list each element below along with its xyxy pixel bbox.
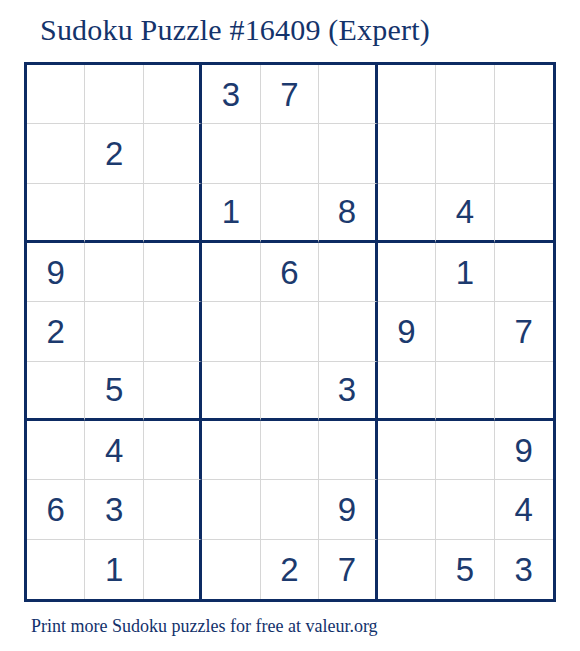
sudoku-cell-r8c9: 4: [495, 480, 553, 539]
sudoku-cell-r5c7: 9: [378, 302, 436, 361]
sudoku-cell-r3c2: [85, 184, 143, 243]
sudoku-cell-r7c9: 9: [495, 421, 553, 480]
sudoku-cell-r8c7: [378, 480, 436, 539]
sudoku-cell-r3c4: 1: [202, 184, 260, 243]
sudoku-cell-r2c6: [319, 124, 377, 183]
sudoku-cell-r7c7: [378, 421, 436, 480]
sudoku-cell-r5c5: [261, 302, 319, 361]
sudoku-cell-r9c5: 2: [261, 540, 319, 599]
page-title: Sudoku Puzzle #16409 (Expert): [40, 13, 430, 47]
sudoku-cell-r2c2: 2: [85, 124, 143, 183]
sudoku-cell-r4c8: 1: [436, 243, 494, 302]
sudoku-cell-r4c4: [202, 243, 260, 302]
sudoku-cell-r8c3: [144, 480, 202, 539]
sudoku-cell-r9c9: 3: [495, 540, 553, 599]
sudoku-cell-r6c2: 5: [85, 362, 143, 421]
sudoku-cell-r1c9: [495, 65, 553, 124]
sudoku-cell-r5c8: [436, 302, 494, 361]
sudoku-cell-r5c4: [202, 302, 260, 361]
sudoku-cell-r8c2: 3: [85, 480, 143, 539]
sudoku-page: Sudoku Puzzle #16409 (Expert) 3721849612…: [0, 0, 580, 651]
sudoku-cell-r5c2: [85, 302, 143, 361]
sudoku-cell-r2c3: [144, 124, 202, 183]
sudoku-cell-r4c5: 6: [261, 243, 319, 302]
sudoku-cell-r6c3: [144, 362, 202, 421]
sudoku-cell-r4c3: [144, 243, 202, 302]
sudoku-cell-r1c5: 7: [261, 65, 319, 124]
sudoku-cell-r3c6: 8: [319, 184, 377, 243]
sudoku-cell-r3c9: [495, 184, 553, 243]
sudoku-cell-r3c3: [144, 184, 202, 243]
sudoku-cell-r8c8: [436, 480, 494, 539]
sudoku-cell-r4c2: [85, 243, 143, 302]
sudoku-board: 3721849612975349639412753: [24, 62, 556, 602]
sudoku-cell-r7c2: 4: [85, 421, 143, 480]
sudoku-cell-r2c4: [202, 124, 260, 183]
sudoku-cell-r2c1: [27, 124, 85, 183]
sudoku-cell-r1c3: [144, 65, 202, 124]
sudoku-cell-r8c4: [202, 480, 260, 539]
sudoku-cell-r5c1: 2: [27, 302, 85, 361]
sudoku-cell-r5c3: [144, 302, 202, 361]
sudoku-cell-r2c5: [261, 124, 319, 183]
sudoku-cell-r6c1: [27, 362, 85, 421]
sudoku-cell-r3c8: 4: [436, 184, 494, 243]
sudoku-cell-r2c9: [495, 124, 553, 183]
sudoku-cell-r7c4: [202, 421, 260, 480]
sudoku-cell-r9c2: 1: [85, 540, 143, 599]
sudoku-cell-r6c6: 3: [319, 362, 377, 421]
sudoku-cell-r3c7: [378, 184, 436, 243]
sudoku-cell-r2c7: [378, 124, 436, 183]
sudoku-cell-r6c8: [436, 362, 494, 421]
sudoku-cell-r8c6: 9: [319, 480, 377, 539]
sudoku-cell-r8c5: [261, 480, 319, 539]
sudoku-cell-r3c1: [27, 184, 85, 243]
sudoku-cell-r2c8: [436, 124, 494, 183]
sudoku-cell-r6c4: [202, 362, 260, 421]
sudoku-cell-r9c8: 5: [436, 540, 494, 599]
sudoku-cell-r9c4: [202, 540, 260, 599]
sudoku-cell-r1c8: [436, 65, 494, 124]
sudoku-cell-r1c4: 3: [202, 65, 260, 124]
sudoku-cell-r9c1: [27, 540, 85, 599]
sudoku-cell-r7c6: [319, 421, 377, 480]
sudoku-cell-r1c1: [27, 65, 85, 124]
sudoku-cell-r4c6: [319, 243, 377, 302]
sudoku-cell-r6c7: [378, 362, 436, 421]
sudoku-cell-r6c5: [261, 362, 319, 421]
sudoku-cell-r5c6: [319, 302, 377, 361]
sudoku-cell-r4c9: [495, 243, 553, 302]
sudoku-cell-r7c1: [27, 421, 85, 480]
sudoku-cell-r6c9: [495, 362, 553, 421]
sudoku-cell-r5c9: 7: [495, 302, 553, 361]
sudoku-cell-r9c3: [144, 540, 202, 599]
sudoku-cell-r4c7: [378, 243, 436, 302]
sudoku-cell-r8c1: 6: [27, 480, 85, 539]
sudoku-cell-r1c7: [378, 65, 436, 124]
sudoku-cell-r4c1: 9: [27, 243, 85, 302]
sudoku-cell-r9c6: 7: [319, 540, 377, 599]
sudoku-cell-r1c2: [85, 65, 143, 124]
footer-text: Print more Sudoku puzzles for free at va…: [31, 616, 378, 637]
sudoku-cell-r3c5: [261, 184, 319, 243]
sudoku-cell-r7c5: [261, 421, 319, 480]
sudoku-cell-r7c8: [436, 421, 494, 480]
sudoku-cell-r9c7: [378, 540, 436, 599]
sudoku-cell-r7c3: [144, 421, 202, 480]
sudoku-cell-r1c6: [319, 65, 377, 124]
